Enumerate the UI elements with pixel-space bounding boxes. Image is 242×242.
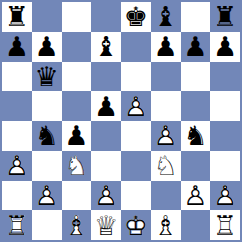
square-c6[interactable]	[62, 62, 92, 92]
piece-glyph-outline: ♙	[181, 181, 211, 211]
square-h3[interactable]	[210, 151, 240, 181]
square-e3[interactable]	[121, 151, 151, 181]
piece-black-pawn: ♟	[62, 121, 92, 151]
square-a2[interactable]	[2, 181, 32, 211]
square-d1[interactable]: ♛♕	[91, 210, 121, 240]
square-e2[interactable]	[121, 181, 151, 211]
square-a8[interactable]: ♜	[2, 2, 32, 32]
square-d2[interactable]: ♟♙	[91, 181, 121, 211]
piece-white-knight: ♞♘	[62, 151, 92, 181]
piece-white-pawn: ♟♙	[2, 151, 32, 181]
square-h4[interactable]	[210, 121, 240, 151]
square-e1[interactable]: ♚♔	[121, 210, 151, 240]
piece-glyph-outline: ♘	[151, 151, 181, 181]
piece-glyph-outline: ♖	[2, 210, 32, 240]
chess-diagram: ♜♚♝♜♟♟♝♟♟♟♛♟♟♙♞♟♟♙♞♟♙♞♘♞♘♟♙♟♙♟♙♟♙♜♖♝♗♛♕♚…	[0, 0, 242, 242]
square-g2[interactable]: ♟♙	[181, 181, 211, 211]
square-b3[interactable]	[32, 151, 62, 181]
piece-black-queen: ♛	[32, 62, 62, 92]
piece-white-pawn: ♟♙	[91, 181, 121, 211]
square-b1[interactable]	[32, 210, 62, 240]
piece-white-pawn: ♟♙	[181, 181, 211, 211]
square-g7[interactable]: ♟	[181, 32, 211, 62]
square-b8[interactable]	[32, 2, 62, 32]
square-e5[interactable]: ♟♙	[121, 91, 151, 121]
piece-glyph-outline: ♙	[2, 151, 32, 181]
piece-white-queen: ♛♕	[91, 210, 121, 240]
square-d8[interactable]	[91, 2, 121, 32]
square-b5[interactable]	[32, 91, 62, 121]
square-d4[interactable]	[91, 121, 121, 151]
square-a6[interactable]	[2, 62, 32, 92]
square-f6[interactable]	[151, 62, 181, 92]
square-h8[interactable]: ♜	[210, 2, 240, 32]
square-b6[interactable]: ♛	[32, 62, 62, 92]
piece-white-knight: ♞♘	[151, 151, 181, 181]
square-h1[interactable]: ♜♖	[210, 210, 240, 240]
square-a4[interactable]	[2, 121, 32, 151]
piece-black-pawn: ♟	[181, 32, 211, 62]
piece-white-pawn: ♟♙	[151, 121, 181, 151]
square-a3[interactable]: ♟♙	[2, 151, 32, 181]
square-c3[interactable]: ♞♘	[62, 151, 92, 181]
square-d6[interactable]	[91, 62, 121, 92]
square-f8[interactable]: ♝	[151, 2, 181, 32]
square-e4[interactable]	[121, 121, 151, 151]
piece-black-knight: ♞	[32, 121, 62, 151]
square-f3[interactable]: ♞♘	[151, 151, 181, 181]
piece-white-bishop: ♝♗	[151, 210, 181, 240]
square-d5[interactable]: ♟	[91, 91, 121, 121]
piece-black-king: ♚	[121, 2, 151, 32]
piece-white-king: ♚♔	[121, 210, 151, 240]
piece-white-pawn: ♟♙	[121, 91, 151, 121]
piece-white-pawn: ♟♙	[210, 181, 240, 211]
piece-glyph-outline: ♙	[91, 181, 121, 211]
piece-glyph-outline: ♙	[32, 181, 62, 211]
piece-black-knight: ♞	[181, 121, 211, 151]
square-d7[interactable]: ♝	[91, 32, 121, 62]
square-a7[interactable]: ♟	[2, 32, 32, 62]
piece-glyph-outline: ♙	[210, 181, 240, 211]
square-f2[interactable]	[151, 181, 181, 211]
square-f5[interactable]	[151, 91, 181, 121]
piece-white-rook: ♜♖	[2, 210, 32, 240]
square-e8[interactable]: ♚	[121, 2, 151, 32]
square-h6[interactable]	[210, 62, 240, 92]
square-c8[interactable]	[62, 2, 92, 32]
piece-black-pawn: ♟	[32, 32, 62, 62]
square-g8[interactable]	[181, 2, 211, 32]
square-g1[interactable]	[181, 210, 211, 240]
square-e7[interactable]	[121, 32, 151, 62]
square-b2[interactable]: ♟♙	[32, 181, 62, 211]
piece-glyph-outline: ♙	[121, 91, 151, 121]
piece-black-pawn: ♟	[151, 32, 181, 62]
piece-black-rook: ♜	[210, 2, 240, 32]
piece-black-pawn: ♟	[2, 32, 32, 62]
piece-black-rook: ♜	[2, 2, 32, 32]
square-f7[interactable]: ♟	[151, 32, 181, 62]
square-c4[interactable]: ♟	[62, 121, 92, 151]
square-h2[interactable]: ♟♙	[210, 181, 240, 211]
chess-board: ♜♚♝♜♟♟♝♟♟♟♛♟♟♙♞♟♟♙♞♟♙♞♘♞♘♟♙♟♙♟♙♟♙♜♖♝♗♛♕♚…	[0, 0, 242, 242]
square-c2[interactable]	[62, 181, 92, 211]
square-f4[interactable]: ♟♙	[151, 121, 181, 151]
piece-white-pawn: ♟♙	[32, 181, 62, 211]
square-b4[interactable]: ♞	[32, 121, 62, 151]
piece-glyph-outline: ♔	[121, 210, 151, 240]
square-a1[interactable]: ♜♖	[2, 210, 32, 240]
square-c5[interactable]	[62, 91, 92, 121]
piece-glyph-outline: ♙	[151, 121, 181, 151]
square-a5[interactable]	[2, 91, 32, 121]
square-g3[interactable]	[181, 151, 211, 181]
square-c7[interactable]	[62, 32, 92, 62]
piece-black-bishop: ♝	[151, 2, 181, 32]
piece-black-pawn: ♟	[91, 91, 121, 121]
piece-glyph-outline: ♗	[151, 210, 181, 240]
piece-white-rook: ♜♖	[210, 210, 240, 240]
piece-white-bishop: ♝♗	[62, 210, 92, 240]
square-c1[interactable]: ♝♗	[62, 210, 92, 240]
piece-black-pawn: ♟	[210, 32, 240, 62]
square-h7[interactable]: ♟	[210, 32, 240, 62]
square-e6[interactable]	[121, 62, 151, 92]
piece-glyph-outline: ♗	[62, 210, 92, 240]
square-g5[interactable]	[181, 91, 211, 121]
piece-glyph-outline: ♘	[62, 151, 92, 181]
piece-black-bishop: ♝	[91, 32, 121, 62]
square-b7[interactable]: ♟	[32, 32, 62, 62]
piece-glyph-outline: ♖	[210, 210, 240, 240]
square-f1[interactable]: ♝♗	[151, 210, 181, 240]
square-h5[interactable]	[210, 91, 240, 121]
square-d3[interactable]	[91, 151, 121, 181]
square-g4[interactable]: ♞	[181, 121, 211, 151]
square-g6[interactable]	[181, 62, 211, 92]
piece-glyph-outline: ♕	[91, 210, 121, 240]
